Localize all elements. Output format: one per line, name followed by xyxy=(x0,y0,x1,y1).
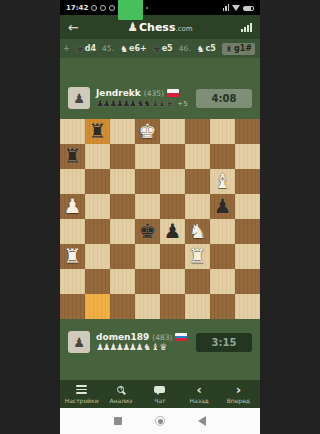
back-arrow-button[interactable]: ← xyxy=(68,21,79,34)
square-e2[interactable] xyxy=(135,144,160,169)
bottom-player-clock: 3:15 xyxy=(196,333,252,352)
status-bar: 17:42 xyxy=(60,0,260,15)
notification-icon xyxy=(109,5,115,11)
square-b3[interactable]: ♝ xyxy=(210,169,235,194)
square-g1[interactable]: ♜ xyxy=(85,119,110,144)
square-e1[interactable]: ♚ xyxy=(135,119,160,144)
bottom-player-rating: (483) xyxy=(152,333,172,342)
square-b5[interactable] xyxy=(210,219,235,244)
square-e6[interactable] xyxy=(135,244,160,269)
square-h6[interactable]: ♜ xyxy=(60,244,85,269)
black-piece-figurine-icon: ♜ xyxy=(225,44,233,54)
square-c8[interactable] xyxy=(185,294,210,319)
square-b6[interactable] xyxy=(210,244,235,269)
square-c3[interactable] xyxy=(185,169,210,194)
square-f1[interactable] xyxy=(110,119,135,144)
battery-icon xyxy=(243,6,254,11)
square-c7[interactable] xyxy=(185,269,210,294)
square-a5[interactable] xyxy=(235,219,260,244)
white-king: ♚ xyxy=(139,119,157,144)
more-notifications-dot xyxy=(146,7,148,9)
bottom-captured-pieces: ♟♟♟♟♟♟♟ ♞ ♝ ♛ xyxy=(96,343,166,352)
alarm-icon xyxy=(91,5,97,11)
top-player-rating: (435) xyxy=(144,89,164,98)
top-player-area: ♟ Jendrekk (435) ♟♟♟♟♟♟ ♞♞ ♝♝ ♛ +5 4:08 xyxy=(60,58,260,119)
square-d2[interactable] xyxy=(160,144,185,169)
move[interactable]: ♚e5 xyxy=(153,44,173,54)
nav-chat[interactable]: Чат xyxy=(141,385,179,404)
square-a7[interactable] xyxy=(235,269,260,294)
square-h5[interactable] xyxy=(60,219,85,244)
square-c4[interactable] xyxy=(185,194,210,219)
bottom-player-name[interactable]: domen189 xyxy=(96,332,149,342)
square-g7[interactable] xyxy=(85,269,110,294)
square-f6[interactable] xyxy=(110,244,135,269)
square-h2[interactable]: ♜ xyxy=(60,144,85,169)
square-d8[interactable] xyxy=(160,294,185,319)
forward-chevron-icon: › xyxy=(236,385,241,395)
app-notification-icon xyxy=(118,0,143,20)
slovenia-flag-icon xyxy=(175,333,187,341)
black-piece-figurine-icon: ♚ xyxy=(76,44,84,54)
black-rook: ♜ xyxy=(64,144,82,169)
white-bishop: ♝ xyxy=(214,169,232,194)
square-g4[interactable] xyxy=(85,194,110,219)
square-b4[interactable]: ♟ xyxy=(210,194,235,219)
black-piece-figurine-icon: ♚ xyxy=(153,44,161,54)
white-rook: ♜ xyxy=(64,244,82,269)
square-g2[interactable] xyxy=(85,144,110,169)
square-h7[interactable] xyxy=(60,269,85,294)
android-home-button[interactable] xyxy=(155,416,165,426)
app-header: ← ♟ Chess .com xyxy=(60,15,260,39)
square-a4[interactable] xyxy=(235,194,260,219)
move-number: 45. xyxy=(102,44,114,53)
square-h8[interactable] xyxy=(60,294,85,319)
white-knight: ♞ xyxy=(189,219,207,244)
square-c2[interactable] xyxy=(185,144,210,169)
square-d4[interactable] xyxy=(160,194,185,219)
square-h1[interactable] xyxy=(60,119,85,144)
square-g6[interactable] xyxy=(85,244,110,269)
square-c5[interactable]: ♞ xyxy=(185,219,210,244)
logo-suffix: .com xyxy=(175,25,192,33)
square-g3[interactable] xyxy=(85,169,110,194)
square-d7[interactable] xyxy=(160,269,185,294)
square-d1[interactable] xyxy=(160,119,185,144)
square-a2[interactable] xyxy=(235,144,260,169)
android-recents-button[interactable] xyxy=(114,417,122,425)
black-king: ♚ xyxy=(139,219,157,244)
move-list: +♚d445.♞e6+♚e546.♞c5♜g1# xyxy=(60,39,260,58)
black-pawn: ♟ xyxy=(214,194,232,219)
chat-bubble-icon xyxy=(154,386,165,393)
android-back-button[interactable] xyxy=(198,416,206,426)
top-player-clock: 4:08 xyxy=(196,89,252,108)
wifi-icon xyxy=(232,5,240,11)
square-f5[interactable] xyxy=(110,219,135,244)
square-h4[interactable]: ♟ xyxy=(60,194,85,219)
square-d3[interactable] xyxy=(160,169,185,194)
move[interactable]: ♞e6+ xyxy=(120,44,147,54)
truncated-move-fragment: + xyxy=(63,44,70,53)
square-b2[interactable] xyxy=(210,144,235,169)
bottom-nav-bar: Настройки Анализ Чат ‹ Назад › Вперед xyxy=(60,380,260,408)
whatsapp-icon xyxy=(100,5,106,11)
square-g8[interactable] xyxy=(85,294,110,319)
chess-board: ♜♚♜♝♟♟♚♟♞♜♜ xyxy=(60,119,260,319)
cell-signal-icon xyxy=(223,4,230,11)
nav-analysis[interactable]: Анализ xyxy=(102,385,140,404)
black-pawn: ♟ xyxy=(164,219,182,244)
square-a6[interactable] xyxy=(235,244,260,269)
chesscom-logo: ♟ Chess .com xyxy=(127,20,192,34)
nav-back-move[interactable]: ‹ Назад xyxy=(180,385,218,404)
square-d5[interactable]: ♟ xyxy=(160,219,185,244)
white-piece-figurine-icon: ♞ xyxy=(120,44,128,54)
pawn-logo-icon: ♟ xyxy=(127,20,138,34)
square-d6[interactable] xyxy=(160,244,185,269)
nav-settings[interactable]: Настройки xyxy=(63,385,101,404)
white-rook: ♜ xyxy=(189,244,207,269)
poland-flag-icon xyxy=(167,89,179,97)
square-b7[interactable] xyxy=(210,269,235,294)
nav-forward-move[interactable]: › Вперед xyxy=(219,385,257,404)
material-advantage: +5 xyxy=(177,100,187,108)
move[interactable]: ♚d4 xyxy=(76,44,96,54)
square-c6[interactable]: ♜ xyxy=(185,244,210,269)
square-f3[interactable] xyxy=(110,169,135,194)
settings-list-icon xyxy=(76,385,87,394)
square-e4[interactable] xyxy=(135,194,160,219)
move[interactable]: ♞c5 xyxy=(197,44,216,54)
android-nav-bar xyxy=(60,408,260,434)
square-h3[interactable] xyxy=(60,169,85,194)
logo-text: Chess xyxy=(139,21,175,34)
top-player-row: ♟ Jendrekk (435) ♟♟♟♟♟♟ ♞♞ ♝♝ ♛ +5 4:08 xyxy=(68,87,252,109)
black-rook: ♜ xyxy=(89,119,107,144)
square-f4[interactable] xyxy=(110,194,135,219)
square-f2[interactable] xyxy=(110,144,135,169)
bottom-player-area: ♟ domen189 (483) ♟♟♟♟♟♟♟ ♞ ♝ ♛ 3:15 xyxy=(60,319,260,380)
square-e8[interactable] xyxy=(135,294,160,319)
square-a1[interactable] xyxy=(235,119,260,144)
square-e7[interactable] xyxy=(135,269,160,294)
square-f8[interactable] xyxy=(110,294,135,319)
white-piece-figurine-icon: ♞ xyxy=(197,44,205,54)
square-b8[interactable] xyxy=(210,294,235,319)
current-move[interactable]: ♜g1# xyxy=(222,43,255,55)
square-c1[interactable] xyxy=(185,119,210,144)
square-a3[interactable] xyxy=(235,169,260,194)
bottom-player-avatar[interactable]: ♟ xyxy=(68,331,90,353)
square-b1[interactable] xyxy=(210,119,235,144)
square-e5[interactable]: ♚ xyxy=(135,219,160,244)
bottom-player-row: ♟ domen189 (483) ♟♟♟♟♟♟♟ ♞ ♝ ♛ 3:15 xyxy=(68,331,252,353)
move-number: 46. xyxy=(179,44,191,53)
back-chevron-icon: ‹ xyxy=(196,385,201,395)
white-pawn: ♟ xyxy=(64,194,82,219)
connection-bars-icon xyxy=(241,23,252,32)
square-a8[interactable] xyxy=(235,294,260,319)
square-e3[interactable] xyxy=(135,169,160,194)
square-g5[interactable] xyxy=(85,219,110,244)
top-player-name[interactable]: Jendrekk xyxy=(96,88,141,98)
top-captured-pieces: ♟♟♟♟♟♟ ♞♞ ♝♝ ♛ xyxy=(96,99,172,108)
top-player-avatar[interactable]: ♟ xyxy=(68,87,90,109)
analysis-magnifier-icon xyxy=(117,386,124,393)
chess-app-screen: 17:42 ← ♟ Chess .com +♚d445.♞e6+♚e546.♞c… xyxy=(60,0,260,434)
square-f7[interactable] xyxy=(110,269,135,294)
clock-time: 17:42 xyxy=(66,4,88,12)
